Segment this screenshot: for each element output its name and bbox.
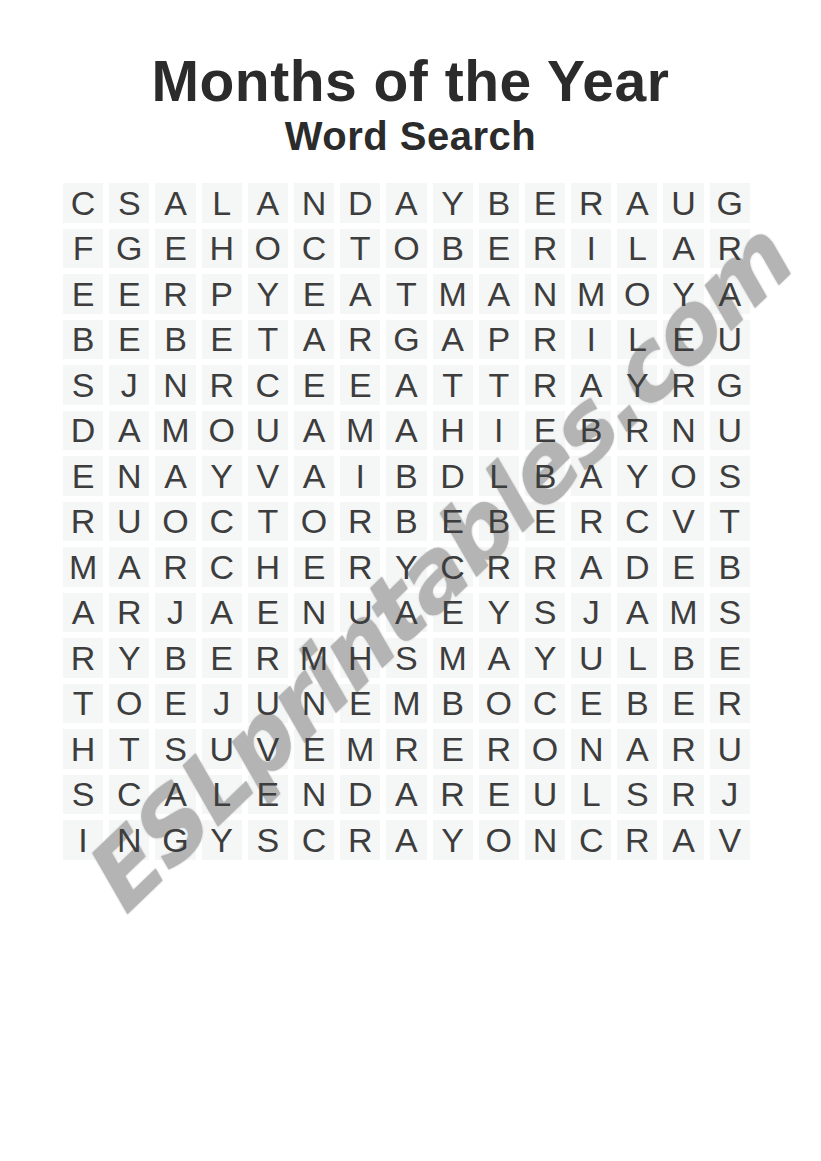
grid-letter: M bbox=[300, 641, 328, 675]
grid-letter: E bbox=[257, 777, 280, 811]
grid-cell[interactable]: A bbox=[707, 271, 753, 317]
grid-letter: S bbox=[718, 459, 741, 493]
grid-cell[interactable]: O bbox=[245, 226, 291, 272]
grid-letter: E bbox=[534, 413, 557, 447]
grid-cell[interactable]: N bbox=[660, 408, 706, 454]
grid-cell[interactable]: R bbox=[383, 726, 429, 772]
grid-cell[interactable]: C bbox=[199, 544, 245, 590]
grid-cell[interactable]: B bbox=[476, 180, 522, 226]
grid-letter: E bbox=[441, 595, 464, 629]
grid-letter: I bbox=[586, 231, 595, 265]
grid-cell[interactable]: T bbox=[106, 726, 152, 772]
grid-letter: U bbox=[533, 777, 558, 811]
grid-cell[interactable]: U bbox=[199, 726, 245, 772]
grid-cell[interactable]: Y bbox=[245, 271, 291, 317]
grid-letter: F bbox=[73, 231, 94, 265]
grid-cell[interactable]: R bbox=[660, 362, 706, 408]
grid-letter: N bbox=[671, 413, 696, 447]
grid-cell[interactable]: A bbox=[660, 226, 706, 272]
grid-cell[interactable]: R bbox=[660, 726, 706, 772]
grid-cell[interactable]: A bbox=[291, 408, 337, 454]
grid-cell[interactable]: P bbox=[199, 271, 245, 317]
grid-letter: T bbox=[119, 732, 140, 766]
grid-cell[interactable]: Y bbox=[430, 180, 476, 226]
grid-cell[interactable]: A bbox=[383, 817, 429, 863]
grid-cell[interactable]: E bbox=[660, 317, 706, 363]
grid-cell[interactable]: B bbox=[614, 681, 660, 727]
grid-cell[interactable]: T bbox=[337, 226, 383, 272]
grid-cell[interactable]: C bbox=[614, 499, 660, 545]
grid-letter: Y bbox=[441, 823, 464, 857]
grid-cell[interactable]: A bbox=[568, 362, 614, 408]
grid-cell[interactable]: E bbox=[476, 226, 522, 272]
grid-cell[interactable]: O bbox=[199, 408, 245, 454]
grid-cell[interactable]: O bbox=[106, 681, 152, 727]
grid-cell[interactable]: N bbox=[291, 180, 337, 226]
grid-cell[interactable]: A bbox=[337, 271, 383, 317]
grid-cell[interactable]: O bbox=[614, 271, 660, 317]
grid-cell[interactable]: J bbox=[152, 590, 198, 636]
grid-cell[interactable]: E bbox=[707, 635, 753, 681]
grid-cell[interactable]: Y bbox=[522, 635, 568, 681]
grid-cell[interactable]: A bbox=[430, 317, 476, 363]
grid-cell[interactable]: S bbox=[60, 362, 106, 408]
grid-cell[interactable]: R bbox=[522, 226, 568, 272]
grid-cell[interactable]: A bbox=[60, 590, 106, 636]
grid-letter: S bbox=[118, 186, 141, 220]
grid-letter: U bbox=[117, 504, 142, 538]
grid-letter: R bbox=[625, 823, 650, 857]
grid-cell[interactable]: E bbox=[60, 453, 106, 499]
grid-cell[interactable]: A bbox=[568, 453, 614, 499]
grid-letter: B bbox=[395, 459, 418, 493]
grid-letter: R bbox=[163, 550, 188, 584]
puzzle-subtitle: Word Search bbox=[0, 114, 821, 159]
grid-letter: R bbox=[348, 504, 373, 538]
grid-cell[interactable]: A bbox=[476, 635, 522, 681]
grid-cell[interactable]: E bbox=[522, 499, 568, 545]
grid-cell[interactable]: C bbox=[291, 817, 337, 863]
grid-letter: R bbox=[487, 550, 512, 584]
grid-cell[interactable]: E bbox=[291, 544, 337, 590]
grid-cell[interactable]: E bbox=[291, 362, 337, 408]
grid-cell[interactable]: O bbox=[291, 499, 337, 545]
grid-cell[interactable]: S bbox=[707, 453, 753, 499]
grid-letter: E bbox=[303, 732, 326, 766]
grid-cell[interactable]: E bbox=[337, 681, 383, 727]
grid-cell[interactable]: T bbox=[60, 681, 106, 727]
grid-cell[interactable]: T bbox=[476, 362, 522, 408]
grid-cell[interactable]: M bbox=[60, 544, 106, 590]
grid-cell[interactable]: E bbox=[430, 726, 476, 772]
grid-cell[interactable]: E bbox=[430, 590, 476, 636]
grid-cell[interactable]: G bbox=[106, 226, 152, 272]
grid-letter: J bbox=[121, 368, 138, 402]
grid-letter: S bbox=[718, 595, 741, 629]
grid-cell[interactable]: C bbox=[430, 544, 476, 590]
grid-letter: E bbox=[118, 277, 141, 311]
grid-cell[interactable]: B bbox=[476, 499, 522, 545]
grid-cell[interactable]: G bbox=[707, 180, 753, 226]
grid-cell[interactable]: E bbox=[291, 271, 337, 317]
grid-letter: O bbox=[486, 823, 512, 857]
grid-letter: B bbox=[580, 413, 603, 447]
grid-cell[interactable]: B bbox=[60, 317, 106, 363]
grid-cell[interactable]: L bbox=[476, 453, 522, 499]
grid-cell[interactable]: S bbox=[152, 726, 198, 772]
grid-cell[interactable]: A bbox=[660, 817, 706, 863]
grid-cell[interactable]: O bbox=[152, 499, 198, 545]
grid-cell[interactable]: D bbox=[430, 453, 476, 499]
grid-cell[interactable]: E bbox=[152, 681, 198, 727]
grid-cell[interactable]: U bbox=[106, 499, 152, 545]
grid-letter: T bbox=[257, 322, 278, 356]
grid-cell[interactable]: U bbox=[337, 590, 383, 636]
grid-cell[interactable]: V bbox=[707, 817, 753, 863]
grid-cell[interactable]: O bbox=[660, 453, 706, 499]
grid-cell[interactable]: N bbox=[106, 453, 152, 499]
grid-cell[interactable]: U bbox=[707, 408, 753, 454]
grid-cell[interactable]: R bbox=[337, 317, 383, 363]
grid-cell[interactable]: T bbox=[245, 499, 291, 545]
grid-cell[interactable]: B bbox=[707, 544, 753, 590]
grid-cell[interactable]: I bbox=[568, 317, 614, 363]
grid-cell[interactable]: R bbox=[614, 817, 660, 863]
grid-cell[interactable]: B bbox=[383, 499, 429, 545]
grid-letter: E bbox=[72, 459, 95, 493]
grid-cell[interactable]: S bbox=[245, 817, 291, 863]
grid-cell[interactable]: E bbox=[106, 317, 152, 363]
grid-cell[interactable]: I bbox=[337, 453, 383, 499]
grid-cell[interactable]: M bbox=[152, 408, 198, 454]
grid-letter: N bbox=[117, 823, 142, 857]
grid-cell[interactable]: E bbox=[291, 726, 337, 772]
grid-cell[interactable]: I bbox=[476, 408, 522, 454]
grid-letter: P bbox=[210, 277, 233, 311]
grid-cell[interactable]: A bbox=[614, 726, 660, 772]
grid-cell[interactable]: C bbox=[60, 180, 106, 226]
grid-cell[interactable]: R bbox=[522, 317, 568, 363]
grid-letter: R bbox=[209, 368, 234, 402]
grid-cell[interactable]: C bbox=[106, 772, 152, 818]
grid-cell[interactable]: T bbox=[383, 271, 429, 317]
grid-cell[interactable]: S bbox=[707, 590, 753, 636]
grid-cell[interactable]: L bbox=[614, 635, 660, 681]
grid-cell[interactable]: B bbox=[430, 226, 476, 272]
grid-cell[interactable]: A bbox=[568, 544, 614, 590]
grid-letter: A bbox=[210, 595, 233, 629]
grid-cell[interactable]: R bbox=[522, 544, 568, 590]
grid-cell[interactable]: B bbox=[383, 453, 429, 499]
grid-letter: A bbox=[164, 186, 187, 220]
grid-cell[interactable]: I bbox=[568, 226, 614, 272]
grid-cell[interactable]: A bbox=[383, 180, 429, 226]
grid-cell[interactable]: C bbox=[291, 226, 337, 272]
grid-letter: G bbox=[116, 231, 142, 265]
grid-cell[interactable]: E bbox=[660, 544, 706, 590]
grid-cell[interactable]: C bbox=[568, 817, 614, 863]
grid-cell[interactable]: A bbox=[291, 453, 337, 499]
grid-cell[interactable]: R bbox=[60, 499, 106, 545]
grid-cell[interactable]: A bbox=[383, 772, 429, 818]
grid-cell[interactable]: F bbox=[60, 226, 106, 272]
grid-letter: O bbox=[116, 686, 142, 720]
grid-letter: N bbox=[579, 732, 604, 766]
grid-cell[interactable]: N bbox=[291, 772, 337, 818]
grid-letter: Y bbox=[441, 186, 464, 220]
grid-cell[interactable]: R bbox=[660, 772, 706, 818]
grid-letter: D bbox=[440, 459, 465, 493]
grid-cell[interactable]: A bbox=[383, 408, 429, 454]
grid-cell[interactable]: A bbox=[383, 590, 429, 636]
grid-cell[interactable]: E bbox=[199, 635, 245, 681]
grid-cell[interactable]: S bbox=[106, 180, 152, 226]
grid-cell[interactable]: E bbox=[476, 772, 522, 818]
grid-cell[interactable]: E bbox=[245, 590, 291, 636]
grid-cell[interactable]: R bbox=[430, 772, 476, 818]
grid-cell[interactable]: L bbox=[614, 317, 660, 363]
grid-cell[interactable]: M bbox=[660, 590, 706, 636]
grid-cell[interactable]: Y bbox=[430, 817, 476, 863]
grid-cell[interactable]: A bbox=[199, 590, 245, 636]
grid-cell[interactable]: E bbox=[660, 681, 706, 727]
grid-cell[interactable]: E bbox=[60, 271, 106, 317]
grid-letter: S bbox=[164, 732, 187, 766]
grid-cell[interactable]: C bbox=[199, 499, 245, 545]
grid-letter: A bbox=[626, 186, 649, 220]
grid-cell[interactable]: O bbox=[476, 817, 522, 863]
grid-cell[interactable]: H bbox=[60, 726, 106, 772]
grid-letter: A bbox=[72, 595, 95, 629]
grid-cell[interactable]: U bbox=[707, 726, 753, 772]
grid-letter: M bbox=[438, 277, 466, 311]
grid-cell[interactable]: R bbox=[106, 590, 152, 636]
grid-cell[interactable]: R bbox=[568, 180, 614, 226]
grid-cell[interactable]: S bbox=[614, 772, 660, 818]
grid-cell[interactable]: J bbox=[707, 772, 753, 818]
grid-cell[interactable]: R bbox=[476, 726, 522, 772]
grid-cell[interactable]: C bbox=[522, 681, 568, 727]
grid-cell[interactable]: B bbox=[568, 408, 614, 454]
grid-cell[interactable]: T bbox=[707, 499, 753, 545]
grid-cell[interactable]: Y bbox=[383, 544, 429, 590]
grid-cell[interactable]: D bbox=[614, 544, 660, 590]
grid-cell[interactable]: U bbox=[660, 180, 706, 226]
grid-cell[interactable]: B bbox=[660, 635, 706, 681]
grid-cell[interactable]: R bbox=[337, 499, 383, 545]
grid-letter: B bbox=[626, 686, 649, 720]
grid-cell[interactable]: N bbox=[106, 817, 152, 863]
grid-letter: C bbox=[440, 550, 465, 584]
grid-cell[interactable]: Y bbox=[614, 453, 660, 499]
grid-cell[interactable]: A bbox=[152, 772, 198, 818]
grid-cell[interactable]: T bbox=[430, 362, 476, 408]
grid-cell[interactable]: A bbox=[106, 544, 152, 590]
grid-cell[interactable]: J bbox=[568, 590, 614, 636]
grid-letter: C bbox=[209, 504, 234, 538]
grid-cell[interactable]: B bbox=[430, 681, 476, 727]
grid-cell[interactable]: E bbox=[199, 317, 245, 363]
grid-letter: R bbox=[117, 595, 142, 629]
grid-cell[interactable]: R bbox=[337, 544, 383, 590]
grid-cell[interactable]: U bbox=[568, 635, 614, 681]
grid-cell[interactable]: N bbox=[522, 271, 568, 317]
grid-letter: N bbox=[163, 368, 188, 402]
grid-cell[interactable]: B bbox=[152, 317, 198, 363]
grid-cell[interactable]: R bbox=[568, 499, 614, 545]
grid-cell[interactable]: E bbox=[522, 180, 568, 226]
grid-cell[interactable]: N bbox=[152, 362, 198, 408]
grid-letter: A bbox=[626, 732, 649, 766]
grid-cell[interactable]: O bbox=[383, 226, 429, 272]
worksheet-page: Months of the Year Word Search ESLprinta… bbox=[0, 0, 821, 1161]
grid-cell[interactable]: N bbox=[291, 681, 337, 727]
grid-cell[interactable]: L bbox=[199, 180, 245, 226]
grid-cell[interactable]: R bbox=[152, 271, 198, 317]
grid-cell[interactable]: U bbox=[245, 681, 291, 727]
grid-letter: G bbox=[716, 186, 742, 220]
grid-cell[interactable]: B bbox=[522, 453, 568, 499]
grid-cell[interactable]: Y bbox=[660, 271, 706, 317]
grid-cell[interactable]: R bbox=[337, 817, 383, 863]
grid-cell[interactable]: M bbox=[291, 635, 337, 681]
grid-cell[interactable]: A bbox=[106, 408, 152, 454]
grid-cell[interactable]: M bbox=[383, 681, 429, 727]
grid-cell[interactable]: M bbox=[430, 635, 476, 681]
grid-cell[interactable]: A bbox=[614, 180, 660, 226]
grid-cell[interactable]: Y bbox=[199, 453, 245, 499]
grid-cell[interactable]: H bbox=[199, 226, 245, 272]
grid-cell[interactable]: V bbox=[245, 726, 291, 772]
grid-cell[interactable]: R bbox=[152, 544, 198, 590]
grid-letter: O bbox=[532, 732, 558, 766]
grid-letter: U bbox=[348, 595, 373, 629]
grid-cell[interactable]: Y bbox=[476, 590, 522, 636]
grid-cell[interactable]: G bbox=[152, 817, 198, 863]
grid-letter: E bbox=[487, 231, 510, 265]
grid-cell[interactable]: G bbox=[707, 362, 753, 408]
grid-cell[interactable]: R bbox=[614, 408, 660, 454]
grid-cell[interactable]: E bbox=[337, 362, 383, 408]
grid-letter: L bbox=[628, 231, 647, 265]
grid-cell[interactable]: O bbox=[522, 726, 568, 772]
grid-cell[interactable]: D bbox=[60, 408, 106, 454]
grid-letter: E bbox=[441, 504, 464, 538]
grid-cell[interactable]: M bbox=[337, 408, 383, 454]
grid-cell[interactable]: H bbox=[337, 635, 383, 681]
grid-letter: M bbox=[577, 277, 605, 311]
grid-letter: S bbox=[257, 823, 280, 857]
grid-letter: R bbox=[533, 322, 558, 356]
grid-letter: E bbox=[534, 504, 557, 538]
grid-letter: B bbox=[164, 641, 187, 675]
grid-letter: R bbox=[71, 641, 96, 675]
grid-letter: C bbox=[256, 368, 281, 402]
grid-cell[interactable]: S bbox=[383, 635, 429, 681]
grid-cell[interactable]: J bbox=[106, 362, 152, 408]
grid-cell[interactable]: T bbox=[245, 317, 291, 363]
grid-cell[interactable]: A bbox=[476, 271, 522, 317]
grid-letter: U bbox=[579, 641, 604, 675]
grid-cell[interactable]: R bbox=[707, 226, 753, 272]
grid-letter: T bbox=[350, 231, 371, 265]
grid-cell[interactable]: Y bbox=[199, 817, 245, 863]
grid-cell[interactable]: E bbox=[568, 681, 614, 727]
grid-letter: N bbox=[302, 777, 327, 811]
grid-cell[interactable]: M bbox=[568, 271, 614, 317]
grid-cell[interactable]: N bbox=[568, 726, 614, 772]
grid-cell[interactable]: R bbox=[245, 635, 291, 681]
grid-cell[interactable]: E bbox=[522, 408, 568, 454]
grid-letter: A bbox=[349, 277, 372, 311]
grid-cell[interactable]: C bbox=[245, 362, 291, 408]
grid-cell[interactable]: E bbox=[106, 271, 152, 317]
grid-letter: A bbox=[164, 777, 187, 811]
grid-letter: U bbox=[209, 732, 234, 766]
grid-cell[interactable]: E bbox=[430, 499, 476, 545]
grid-cell[interactable]: R bbox=[522, 362, 568, 408]
grid-cell[interactable]: R bbox=[199, 362, 245, 408]
grid-cell[interactable]: Y bbox=[106, 635, 152, 681]
grid-cell[interactable]: H bbox=[430, 408, 476, 454]
grid-cell[interactable]: A bbox=[152, 453, 198, 499]
grid-cell[interactable]: S bbox=[522, 590, 568, 636]
grid-letter: J bbox=[583, 595, 600, 629]
grid-cell[interactable]: L bbox=[568, 772, 614, 818]
grid-letter: B bbox=[395, 504, 418, 538]
grid-cell[interactable]: A bbox=[152, 180, 198, 226]
grid-cell[interactable]: M bbox=[430, 271, 476, 317]
grid-cell[interactable]: V bbox=[245, 453, 291, 499]
grid-cell[interactable]: U bbox=[245, 408, 291, 454]
grid-cell[interactable]: U bbox=[707, 317, 753, 363]
grid-cell[interactable]: E bbox=[152, 226, 198, 272]
grid-cell[interactable]: J bbox=[199, 681, 245, 727]
grid-letter: R bbox=[671, 777, 696, 811]
grid-letter: A bbox=[441, 322, 464, 356]
grid-cell[interactable]: D bbox=[337, 180, 383, 226]
grid-cell[interactable]: V bbox=[660, 499, 706, 545]
grid-cell[interactable]: E bbox=[245, 772, 291, 818]
grid-letter: I bbox=[78, 823, 87, 857]
grid-cell[interactable]: A bbox=[291, 317, 337, 363]
grid-cell[interactable]: M bbox=[337, 726, 383, 772]
grid-cell[interactable]: R bbox=[476, 544, 522, 590]
grid-cell[interactable]: A bbox=[614, 590, 660, 636]
grid-letter: A bbox=[303, 322, 326, 356]
grid-cell[interactable]: I bbox=[60, 817, 106, 863]
grid-cell[interactable]: P bbox=[476, 317, 522, 363]
grid-cell[interactable]: U bbox=[522, 772, 568, 818]
grid-cell[interactable]: B bbox=[152, 635, 198, 681]
grid-cell[interactable]: O bbox=[476, 681, 522, 727]
grid-cell[interactable]: R bbox=[60, 635, 106, 681]
grid-cell[interactable]: G bbox=[383, 317, 429, 363]
grid-cell[interactable]: A bbox=[383, 362, 429, 408]
grid-cell[interactable]: A bbox=[245, 180, 291, 226]
grid-cell[interactable]: R bbox=[707, 681, 753, 727]
grid-cell[interactable]: D bbox=[337, 772, 383, 818]
grid-cell[interactable]: S bbox=[60, 772, 106, 818]
grid-cell[interactable]: Y bbox=[614, 362, 660, 408]
grid-cell[interactable]: N bbox=[522, 817, 568, 863]
grid-cell[interactable]: L bbox=[199, 772, 245, 818]
grid-cell[interactable]: H bbox=[245, 544, 291, 590]
grid-letter: H bbox=[256, 550, 281, 584]
grid-cell[interactable]: N bbox=[291, 590, 337, 636]
grid-letter: C bbox=[302, 823, 327, 857]
grid-cell[interactable]: L bbox=[614, 226, 660, 272]
